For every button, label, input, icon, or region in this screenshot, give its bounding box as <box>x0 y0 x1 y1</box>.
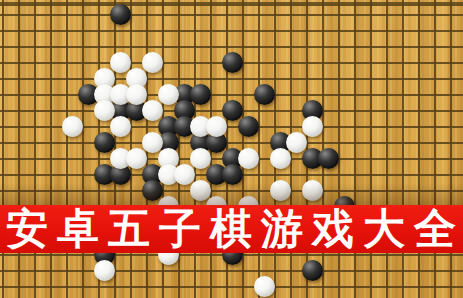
stone-white <box>142 100 163 121</box>
stone-white <box>126 148 147 169</box>
stone-white <box>190 148 211 169</box>
stone-black <box>222 100 243 121</box>
stone-white <box>302 116 323 137</box>
title-banner: 安卓五子棋游戏大全 <box>0 205 463 253</box>
board-top-grid-line <box>0 2 463 4</box>
stone-black <box>222 52 243 73</box>
stone-white <box>110 52 131 73</box>
stone-black <box>110 4 131 25</box>
stone-white <box>142 132 163 153</box>
stone-white <box>158 84 179 105</box>
stone-black <box>238 116 259 137</box>
stone-white <box>302 180 323 201</box>
stone-white <box>142 52 163 73</box>
stone-black <box>94 132 115 153</box>
stone-black <box>318 148 339 169</box>
stone-white <box>190 180 211 201</box>
stone-black <box>222 164 243 185</box>
stone-white <box>126 84 147 105</box>
stone-black <box>302 260 323 281</box>
stone-white <box>254 276 275 297</box>
goban-board[interactable] <box>0 0 463 298</box>
stone-white <box>174 164 195 185</box>
stone-white <box>270 180 291 201</box>
stone-white <box>286 132 307 153</box>
stone-black <box>254 84 275 105</box>
stone-white <box>270 148 291 169</box>
stone-black <box>190 84 211 105</box>
gomoku-screenshot: 安卓五子棋游戏大全 <box>0 0 463 298</box>
stone-white <box>110 116 131 137</box>
banner-title-text: 安卓五子棋游戏大全 <box>6 205 463 253</box>
stone-white <box>206 116 227 137</box>
stone-white <box>238 148 259 169</box>
stone-white <box>62 116 83 137</box>
stone-white <box>94 100 115 121</box>
stone-white <box>94 260 115 281</box>
stone-black <box>142 180 163 201</box>
